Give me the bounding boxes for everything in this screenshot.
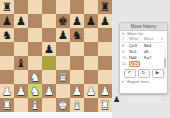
- black-pawn-a7: ♟: [2, 14, 12, 28]
- square-a8[interactable]: ♜: [0, 0, 14, 14]
- black-pawn-h7: ♟: [100, 14, 110, 28]
- white-rook-a1: ♜: [2, 98, 12, 112]
- move-table: # White Black ≡ 8.Qe3Bb49.Nc3d510.Nd4Ke7…: [122, 37, 163, 67]
- white-pawn-d2: ♟: [44, 84, 54, 98]
- square-b6[interactable]: [14, 28, 28, 42]
- square-h5[interactable]: [98, 42, 112, 56]
- square-g3[interactable]: [84, 70, 98, 84]
- move-number: 11.: [122, 61, 129, 67]
- overflow-ellipsis-icon[interactable]: ⋯: [162, 96, 167, 102]
- black-knight-a6: ♞: [2, 28, 12, 42]
- square-c7[interactable]: [28, 14, 42, 28]
- move-row[interactable]: 11.Nc2: [122, 61, 163, 67]
- square-c4[interactable]: [28, 56, 42, 70]
- square-f4[interactable]: [70, 56, 84, 70]
- square-d6[interactable]: [42, 28, 56, 42]
- black-pawn-d5: ♟: [44, 42, 54, 56]
- square-g2[interactable]: ♟: [84, 84, 98, 98]
- square-f6[interactable]: ♞: [70, 28, 84, 42]
- square-b5[interactable]: [14, 42, 28, 56]
- square-b3[interactable]: [14, 70, 28, 84]
- white-king-e1: ♚: [58, 98, 68, 112]
- square-e7[interactable]: ♚: [56, 14, 70, 28]
- white-move: Nc2: [129, 61, 144, 68]
- white-knight-c2: ♞: [30, 84, 40, 98]
- play-forward-button[interactable]: ▶: [152, 69, 164, 78]
- move-history-dialog: Move history ▾ Move list # White Black ≡…: [119, 22, 168, 94]
- square-d1[interactable]: [42, 98, 56, 112]
- square-b1[interactable]: [14, 98, 28, 112]
- board-bottom-margin: [0, 112, 112, 118]
- move-table-rows: 8.Qe3Bb49.Nc3d510.Nd4Ke711.Nc2: [122, 43, 163, 67]
- square-g5[interactable]: [84, 42, 98, 56]
- square-h8[interactable]: ♜: [98, 0, 112, 14]
- square-f1[interactable]: ♝: [70, 98, 84, 112]
- square-h4[interactable]: [98, 56, 112, 70]
- square-d5[interactable]: ♟: [42, 42, 56, 56]
- white-pawn-a2: ♟: [2, 84, 12, 98]
- undo-move-button[interactable]: ↶: [124, 69, 136, 78]
- header-white: White: [129, 37, 144, 42]
- square-d7[interactable]: [42, 14, 56, 28]
- white-pawn-h2: ♟: [100, 84, 110, 98]
- square-c6[interactable]: [28, 28, 42, 42]
- white-pawn-f2: ♟: [72, 84, 82, 98]
- square-g1[interactable]: [84, 98, 98, 112]
- square-h2[interactable]: ♟: [98, 84, 112, 98]
- chevron-right-icon: ▸: [122, 79, 126, 85]
- black-pawn-f7: ♟: [72, 14, 82, 28]
- dialog-nav-buttons: ↶↻▶: [120, 69, 167, 78]
- square-h3[interactable]: [98, 70, 112, 84]
- square-a1[interactable]: ♜: [0, 98, 14, 112]
- square-f8[interactable]: [70, 0, 84, 14]
- square-d8[interactable]: [42, 0, 56, 14]
- black-bishop-b4: ♝: [16, 56, 26, 70]
- square-e8[interactable]: [56, 0, 70, 14]
- square-d3[interactable]: [42, 70, 56, 84]
- square-g4[interactable]: [84, 56, 98, 70]
- white-pawn-g2: ♟: [86, 84, 96, 98]
- white-pawn-b2: ♟: [16, 84, 26, 98]
- square-e4[interactable]: [56, 56, 70, 70]
- chess-board: ♜♜♟♟♚♟♟♟♞♟♞♟♝♞♛♟♟♞♟♟♟♟♜♝♚♝♜: [0, 0, 112, 112]
- dialog-scrollbar-thumb[interactable]: [164, 58, 166, 68]
- white-queen-e3: ♛: [58, 70, 68, 84]
- current-move-highlight: Nc2: [129, 61, 140, 68]
- menu-icon[interactable]: ≡: [157, 37, 163, 42]
- white-rook-h1: ♜: [100, 98, 110, 112]
- square-c5[interactable]: [28, 42, 42, 56]
- square-d2[interactable]: ♟: [42, 84, 56, 98]
- square-b2[interactable]: ♟: [14, 84, 28, 98]
- square-c8[interactable]: [28, 0, 42, 14]
- square-g8[interactable]: [84, 0, 98, 14]
- square-c1[interactable]: ♝: [28, 98, 42, 112]
- square-g7[interactable]: ♟: [84, 14, 98, 28]
- square-h6[interactable]: [98, 28, 112, 42]
- square-b4[interactable]: ♝: [14, 56, 28, 70]
- white-bishop-f1: ♝: [72, 98, 82, 112]
- white-knight-c3: ♞: [30, 70, 40, 84]
- section-engine-lines-toggle[interactable]: ▸ Engine lines: [120, 79, 167, 85]
- header-move-number: #: [122, 37, 129, 42]
- square-b8[interactable]: [14, 0, 28, 14]
- dialog-scrollbar[interactable]: [164, 49, 166, 79]
- side-panel: Move history ▾ Move list # White Black ≡…: [112, 0, 170, 118]
- black-pawn-b7: ♟: [16, 14, 26, 28]
- square-e5[interactable]: [56, 42, 70, 56]
- square-e3[interactable]: ♛: [56, 70, 70, 84]
- black-pawn-g7: ♟: [86, 14, 96, 28]
- square-g6[interactable]: [84, 28, 98, 42]
- square-d4[interactable]: [42, 56, 56, 70]
- square-a4[interactable]: [0, 56, 14, 70]
- app-window: ♜♜♟♟♚♟♟♟♞♟♞♟♝♞♛♟♟♞♟♟♟♟♜♝♚♝♜ Move history…: [0, 0, 170, 118]
- pawn-icon[interactable]: ♟: [113, 95, 120, 105]
- square-h1[interactable]: ♜: [98, 98, 112, 112]
- square-e1[interactable]: ♚: [56, 98, 70, 112]
- black-king-e7: ♚: [58, 14, 68, 28]
- black-move: Ke7: [144, 55, 157, 61]
- square-a6[interactable]: ♞: [0, 28, 14, 42]
- white-bishop-c1: ♝: [30, 98, 40, 112]
- black-rook-h8: ♜: [100, 0, 110, 14]
- square-c3[interactable]: ♞: [28, 70, 42, 84]
- square-f3[interactable]: [70, 70, 84, 84]
- square-h7[interactable]: ♟: [98, 14, 112, 28]
- black-rook-a8: ♜: [2, 0, 12, 14]
- square-a5[interactable]: [0, 42, 14, 56]
- section-move-list-label: Move list: [127, 31, 143, 36]
- square-a7[interactable]: ♟: [0, 14, 14, 28]
- black-knight-f6: ♞: [72, 28, 82, 42]
- square-b7[interactable]: ♟: [14, 14, 28, 28]
- square-e2[interactable]: [56, 84, 70, 98]
- section-engine-lines-label: Engine lines: [127, 79, 149, 84]
- square-a2[interactable]: ♟: [0, 84, 14, 98]
- dialog-title: Move history: [120, 23, 167, 31]
- header-black: Black: [144, 37, 157, 42]
- black-pawn-e6: ♟: [58, 28, 68, 42]
- square-f5[interactable]: [70, 42, 84, 56]
- square-e6[interactable]: ♟: [56, 28, 70, 42]
- square-f7[interactable]: ♟: [70, 14, 84, 28]
- square-c2[interactable]: ♞: [28, 84, 42, 98]
- square-f2[interactable]: ♟: [70, 84, 84, 98]
- square-a3[interactable]: [0, 70, 14, 84]
- reset-board-button[interactable]: ↻: [138, 69, 150, 78]
